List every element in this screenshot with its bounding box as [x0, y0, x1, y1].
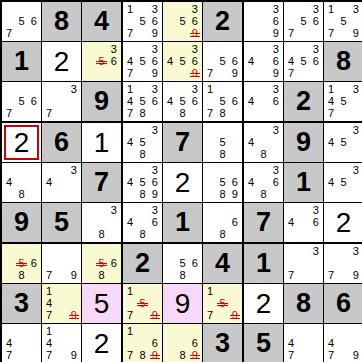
- cell-r1c6[interactable]: 2: [203, 2, 242, 41]
- solved-digit: 2: [94, 330, 110, 358]
- cell-r5c4[interactable]: 345689: [123, 163, 162, 202]
- pencil-marks: 37: [43, 83, 80, 120]
- candidate: 5: [136, 136, 148, 148]
- given-digit: 5: [54, 209, 69, 236]
- pencil-marks: 345: [325, 124, 362, 161]
- pencil-marks: 689: [164, 325, 201, 362]
- eliminated-candidate: 5: [136, 297, 148, 309]
- candidate: 8: [176, 270, 188, 282]
- cell-r1c2[interactable]: 8: [42, 2, 81, 41]
- candidate: 7: [285, 350, 297, 362]
- pencil-marks: 567: [3, 83, 40, 120]
- pencil-marks: 34567: [285, 43, 322, 80]
- cell-r1c9[interactable]: 13579: [324, 2, 362, 41]
- pencil-marks: 3468: [124, 204, 161, 241]
- candidate: 7: [285, 68, 297, 80]
- cell-r3c3[interactable]: 9: [82, 82, 121, 121]
- cell-r4c3[interactable]: 1: [82, 123, 121, 162]
- pencil-marks: 379: [325, 245, 362, 282]
- candidate: 6: [229, 176, 241, 188]
- candidate: 4: [285, 216, 297, 228]
- pencil-marks: 1479: [43, 285, 80, 322]
- pencil-marks: 3458: [124, 124, 161, 161]
- pencil-marks: 568: [164, 245, 201, 282]
- candidate: 9: [350, 28, 362, 40]
- pencil-marks: 13579: [325, 3, 362, 40]
- given-digit: 9: [14, 209, 29, 236]
- cell-r9c8[interactable]: 47: [284, 324, 323, 362]
- cell-r8c9[interactable]: 6: [324, 284, 362, 323]
- cell-r1c3[interactable]: 4: [82, 2, 121, 41]
- cell-r9c4[interactable]: 16789: [123, 324, 162, 362]
- box-1: 5678412356567379: [2, 2, 121, 121]
- cell-r4c5[interactable]: 7: [163, 123, 202, 162]
- cell-r8c7[interactable]: 2: [244, 284, 283, 323]
- cell-r3c7[interactable]: 346: [244, 82, 283, 121]
- candidate: 5: [337, 95, 349, 107]
- candidate: 6: [149, 216, 161, 228]
- eliminated-candidate: 9: [229, 310, 241, 322]
- candidate: 6: [108, 257, 120, 269]
- candidate: 3: [310, 3, 322, 15]
- cell-r2c1[interactable]: 1: [2, 42, 41, 81]
- candidate: 7: [3, 350, 15, 362]
- cell-r9c9[interactable]: 479: [324, 324, 362, 362]
- candidate: 1: [124, 83, 136, 95]
- cell-r1c8[interactable]: 3567: [284, 2, 323, 41]
- candidate: 9: [149, 189, 161, 201]
- cell-r5c9[interactable]: 345: [324, 163, 362, 202]
- candidate: 5: [297, 55, 309, 67]
- pencil-marks: 13457: [325, 83, 362, 120]
- candidate: 3: [108, 204, 120, 216]
- candidate: 9: [68, 350, 80, 362]
- candidate: 6: [149, 55, 161, 67]
- candidate: 4: [124, 136, 136, 148]
- pencil-marks: 5689: [204, 164, 241, 201]
- candidate: 6: [270, 55, 282, 67]
- cell-r9c7[interactable]: 5: [244, 324, 283, 362]
- cell-r9c5[interactable]: 689: [163, 324, 202, 362]
- candidate: 7: [43, 270, 55, 282]
- candidate: 9: [270, 28, 282, 40]
- pencil-marks: 567: [3, 3, 40, 40]
- given-digit: 2: [135, 250, 150, 277]
- candidate: 8: [15, 270, 27, 282]
- cell-r6c4[interactable]: 3468: [123, 203, 162, 242]
- solved-digit: 9: [175, 290, 191, 318]
- candidate: 3: [149, 164, 161, 176]
- given-digit: 9: [94, 88, 109, 115]
- cell-r7c5[interactable]: 568: [163, 244, 202, 283]
- eliminated-candidate: 5: [216, 297, 228, 309]
- candidate: 1: [43, 285, 55, 297]
- cell-r5c2[interactable]: 34: [42, 163, 81, 202]
- candidate: 3: [350, 83, 362, 95]
- candidate: 1: [204, 285, 216, 297]
- pencil-marks: 3567: [285, 3, 322, 40]
- candidate: 4: [325, 337, 337, 349]
- candidate: 8: [216, 108, 228, 120]
- candidate: 4: [124, 95, 136, 107]
- candidate: 1: [124, 3, 136, 15]
- given-digit: 2: [296, 88, 311, 115]
- pencil-marks: 346: [285, 204, 322, 241]
- pencil-marks: 47: [285, 325, 322, 362]
- cell-r6c9[interactable]: 2: [324, 203, 362, 242]
- cell-r4c4[interactable]: 3458: [123, 123, 162, 162]
- cell-r8c2[interactable]: 1479: [42, 284, 81, 323]
- candidate: 5: [337, 176, 349, 188]
- candidate: 8: [176, 108, 188, 120]
- cell-r2c9[interactable]: 8: [324, 42, 362, 81]
- box-6: 34893453468134573462: [244, 123, 362, 242]
- pencil-marks: 1579: [124, 285, 161, 322]
- candidate: 7: [325, 350, 337, 362]
- pencil-marks: 3468: [245, 164, 282, 201]
- cell-r7c3[interactable]: 568: [82, 244, 121, 283]
- candidate: 7: [285, 270, 297, 282]
- cell-r5c7[interactable]: 3468: [244, 163, 283, 202]
- candidate: 7: [124, 310, 136, 322]
- candidate: 3: [310, 204, 322, 216]
- candidate: 3: [350, 3, 362, 15]
- candidate: 4: [43, 176, 55, 188]
- pencil-marks: 16789: [124, 325, 161, 362]
- candidate: 3: [270, 43, 282, 55]
- candidate: 9: [229, 189, 241, 201]
- cell-r7c2[interactable]: 79: [42, 244, 81, 283]
- eliminated-candidate: 9: [149, 310, 161, 322]
- candidate: 3: [270, 164, 282, 176]
- pencil-marks: 37: [285, 245, 322, 282]
- candidate: 6: [108, 55, 120, 67]
- pencil-marks: 479: [325, 325, 362, 362]
- box-4: 261483479538: [2, 123, 121, 242]
- candidate: 6: [189, 15, 201, 27]
- cell-r5c5[interactable]: 2: [163, 163, 202, 202]
- solved-digit: 2: [175, 169, 191, 197]
- cell-r7c1[interactable]: 568: [2, 244, 41, 283]
- cell-r7c6[interactable]: 4: [203, 244, 242, 283]
- candidate: 6: [310, 216, 322, 228]
- candidate: 8: [136, 108, 148, 120]
- cell-r6c8[interactable]: 346: [284, 203, 323, 242]
- cell-r3c2[interactable]: 37: [42, 82, 81, 121]
- candidate: 3: [270, 3, 282, 15]
- pencil-marks: 345: [325, 164, 362, 201]
- cell-r4c8[interactable]: 9: [284, 123, 323, 162]
- solved-digit: 2: [256, 290, 272, 318]
- candidate: 7: [124, 108, 136, 120]
- candidate: 7: [325, 270, 337, 282]
- candidate: 6: [28, 95, 40, 107]
- pencil-marks: 1579: [204, 285, 241, 322]
- pencil-marks: 15678: [204, 83, 241, 120]
- candidate: 4: [124, 216, 136, 228]
- candidate: 6: [28, 257, 40, 269]
- candidate: 7: [204, 108, 216, 120]
- candidate: 9: [350, 350, 362, 362]
- cell-r8c1[interactable]: 3: [2, 284, 41, 323]
- candidate: 9: [229, 68, 241, 80]
- candidate: 3: [68, 83, 80, 95]
- cell-r6c6[interactable]: 68: [203, 203, 242, 242]
- candidate: 8: [216, 149, 228, 161]
- cell-r1c1[interactable]: 567: [2, 2, 41, 41]
- pencil-marks: 38: [83, 204, 120, 241]
- cell-r4c7[interactable]: 348: [244, 123, 283, 162]
- candidate: 8: [15, 189, 27, 201]
- pencil-marks: 58: [204, 124, 241, 161]
- candidate: 7: [124, 28, 136, 40]
- candidate: 4: [43, 297, 55, 309]
- candidate: 7: [124, 68, 136, 80]
- cell-r6c2[interactable]: 5: [42, 203, 81, 242]
- candidate: 6: [270, 176, 282, 188]
- cell-r7c9[interactable]: 379: [324, 244, 362, 283]
- candidate: 8: [136, 350, 148, 362]
- cell-r8c8[interactable]: 8: [284, 284, 323, 323]
- candidate: 7: [204, 68, 216, 80]
- candidate: 1: [124, 325, 136, 337]
- cell-r2c4[interactable]: 345679: [123, 42, 162, 81]
- candidate: 5: [337, 15, 349, 27]
- pencil-marks: 568: [3, 245, 40, 282]
- cell-r8c5[interactable]: 9: [163, 284, 202, 323]
- candidate: 6: [149, 95, 161, 107]
- candidate: 4: [164, 95, 176, 107]
- cell-r6c1[interactable]: 9: [2, 203, 41, 242]
- candidate: 5: [216, 95, 228, 107]
- candidate: 8: [176, 350, 188, 362]
- cell-r3c5[interactable]: 34568: [163, 82, 202, 121]
- candidate: 7: [325, 28, 337, 40]
- candidate: 4: [325, 176, 337, 188]
- given-digit: 1: [296, 169, 311, 196]
- pencil-marks: 568: [83, 245, 120, 282]
- cell-r5c3[interactable]: 7: [82, 163, 121, 202]
- cell-r7c4[interactable]: 2: [123, 244, 162, 283]
- candidate: 3: [189, 43, 201, 55]
- candidate: 7: [285, 28, 297, 40]
- pencil-marks: 345689: [124, 164, 161, 201]
- candidate: 5: [15, 95, 27, 107]
- candidate: 3: [189, 83, 201, 95]
- cell-r3c6[interactable]: 15678: [203, 82, 242, 121]
- cell-r9c1[interactable]: 47: [2, 324, 41, 362]
- candidate: 6: [149, 337, 161, 349]
- candidate: 1: [325, 3, 337, 15]
- pencil-marks: 47: [3, 325, 40, 362]
- given-digit: 1: [256, 250, 271, 277]
- candidate: 3: [149, 3, 161, 15]
- candidate: 4: [3, 337, 15, 349]
- candidate: 6: [189, 95, 201, 107]
- candidate: 4: [245, 55, 257, 67]
- candidate: 8: [257, 189, 269, 201]
- candidate: 4: [124, 55, 136, 67]
- pencil-marks: 48: [3, 164, 40, 201]
- pencil-marks: 345679: [124, 43, 161, 80]
- cell-r1c7[interactable]: 369: [244, 2, 283, 41]
- candidate: 9: [350, 270, 362, 282]
- cell-r5c8[interactable]: 1: [284, 163, 323, 202]
- cell-r2c7[interactable]: 3469: [244, 42, 283, 81]
- candidate: 8: [136, 189, 148, 201]
- solved-digit: 1: [94, 129, 110, 157]
- candidate: 3: [149, 124, 161, 136]
- candidate: 9: [149, 28, 161, 40]
- candidate: 8: [136, 149, 148, 161]
- cell-r4c9[interactable]: 345: [324, 123, 362, 162]
- given-digit: 9: [296, 129, 311, 156]
- candidate: 3: [149, 83, 161, 95]
- candidate: 3: [350, 164, 362, 176]
- given-digit: 6: [336, 290, 351, 317]
- pencil-marks: 79: [43, 245, 80, 282]
- candidate: 3: [68, 164, 80, 176]
- candidate: 6: [310, 15, 322, 27]
- candidate: 6: [189, 55, 201, 67]
- cell-r6c5[interactable]: 1: [163, 203, 202, 242]
- cell-r6c7[interactable]: 7: [244, 203, 283, 242]
- candidate: 5: [136, 15, 148, 27]
- cell-r9c6[interactable]: 3: [203, 324, 242, 362]
- candidate: 6: [270, 95, 282, 107]
- cell-r2c8[interactable]: 34567: [284, 42, 323, 81]
- candidate: 4: [245, 176, 257, 188]
- candidate: 5: [176, 55, 188, 67]
- candidate: 3: [189, 3, 201, 15]
- cell-r6c3[interactable]: 38: [82, 203, 121, 242]
- candidate: 6: [270, 15, 282, 27]
- cell-r8c3[interactable]: 5: [82, 284, 121, 323]
- candidate: 6: [229, 216, 241, 228]
- candidate: 8: [216, 189, 228, 201]
- candidate: 3: [108, 43, 120, 55]
- given-digit: 4: [215, 250, 230, 277]
- candidate: 1: [204, 83, 216, 95]
- cell-r3c9[interactable]: 13457: [324, 82, 362, 121]
- cell-r1c4[interactable]: 135679: [123, 2, 162, 41]
- eliminated-candidate: 9: [149, 350, 161, 362]
- cell-r2c6[interactable]: 5679: [203, 42, 242, 81]
- box-3: 3693567135793469345678346213457: [244, 2, 362, 121]
- pencil-marks: 3569: [164, 3, 201, 40]
- box-2: 1356793569234567934569567913456783456815…: [123, 2, 242, 121]
- candidate: 3: [149, 43, 161, 55]
- pencil-marks: 3469: [245, 43, 282, 80]
- candidate: 4: [245, 136, 257, 148]
- candidate: 8: [95, 270, 107, 282]
- cell-r9c3[interactable]: 2: [82, 324, 121, 362]
- candidate: 8: [136, 229, 148, 241]
- candidate: 5: [136, 95, 148, 107]
- candidate: 8: [257, 149, 269, 161]
- candidate: 7: [43, 350, 55, 362]
- candidate: 1: [43, 325, 55, 337]
- given-digit: 8: [54, 8, 69, 35]
- candidate: 3: [270, 124, 282, 136]
- cell-r4c1[interactable]: 2: [2, 123, 41, 162]
- candidate: 5: [176, 257, 188, 269]
- box-9: 137379286547479: [244, 244, 362, 362]
- candidate: 5: [216, 176, 228, 188]
- given-digit: 1: [14, 48, 29, 75]
- candidate: 8: [216, 229, 228, 241]
- cell-r3c8[interactable]: 2: [284, 82, 323, 121]
- given-digit: 2: [215, 8, 230, 35]
- candidate: 4: [3, 176, 15, 188]
- given-digit: 7: [175, 129, 190, 156]
- cell-r4c6[interactable]: 58: [203, 123, 242, 162]
- cell-r3c4[interactable]: 1345678: [123, 82, 162, 121]
- cell-r8c6[interactable]: 1579: [203, 284, 242, 323]
- cell-r4c2[interactable]: 6: [42, 123, 81, 162]
- pencil-marks: 34569: [164, 43, 201, 80]
- candidate: 6: [149, 15, 161, 27]
- eliminated-candidate: 5: [95, 55, 107, 67]
- given-digit: 1: [175, 209, 190, 236]
- candidate: 6: [189, 337, 201, 349]
- candidate: 7: [43, 310, 55, 322]
- cell-r1c5[interactable]: 3569: [163, 2, 202, 41]
- pencil-marks: 34: [43, 164, 80, 201]
- solved-digit: 2: [14, 129, 30, 157]
- sudoku-board: 5678412356567379135679356923456793456956…: [0, 0, 362, 362]
- cell-r7c7[interactable]: 1: [244, 244, 283, 283]
- candidate: 7: [43, 108, 55, 120]
- cell-r3c1[interactable]: 567: [2, 82, 41, 121]
- candidate: 5: [136, 55, 148, 67]
- candidate: 3: [350, 124, 362, 136]
- candidate: 5: [216, 136, 228, 148]
- candidate: 7: [204, 310, 216, 322]
- candidate: 3: [310, 43, 322, 55]
- cell-r5c1[interactable]: 48: [2, 163, 41, 202]
- cell-r2c2[interactable]: 2: [42, 42, 81, 81]
- cell-r8c4[interactable]: 1579: [123, 284, 162, 323]
- given-digit: 7: [94, 169, 109, 196]
- candidate: 4: [285, 55, 297, 67]
- cell-r7c8[interactable]: 37: [284, 244, 323, 283]
- cell-r5c6[interactable]: 5689: [203, 163, 242, 202]
- eliminated-candidate: 9: [189, 28, 201, 40]
- pencil-marks: 1479: [43, 325, 80, 362]
- pencil-marks: 369: [245, 3, 282, 40]
- candidate: 6: [229, 95, 241, 107]
- box-5: 3458758345689256893468168: [123, 123, 242, 242]
- cell-r2c5[interactable]: 34569: [163, 42, 202, 81]
- candidate: 3: [350, 245, 362, 257]
- given-digit: 6: [54, 129, 69, 156]
- candidate: 5: [136, 176, 148, 188]
- candidate: 4: [43, 337, 55, 349]
- pencil-marks: 356: [83, 43, 120, 80]
- pencil-marks: 1345678: [124, 83, 161, 120]
- candidate: 4: [164, 55, 176, 67]
- pencil-marks: 68: [204, 204, 241, 241]
- candidate: 7: [124, 350, 136, 362]
- candidate: 6: [28, 15, 40, 27]
- candidate: 1: [325, 83, 337, 95]
- candidate: 5: [337, 136, 349, 148]
- cell-r9c2[interactable]: 1479: [42, 324, 81, 362]
- cell-r2c3[interactable]: 356: [82, 42, 121, 81]
- candidate: 3: [149, 204, 161, 216]
- given-digit: 7: [256, 209, 271, 236]
